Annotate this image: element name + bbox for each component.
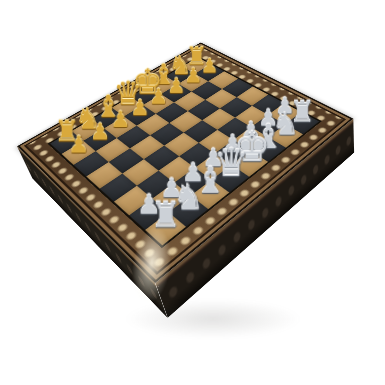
square [237,86,268,105]
square [188,100,220,120]
square [161,84,192,103]
chess-piece-gold-bishop: ♝ [150,60,177,88]
square [202,108,235,129]
square [208,71,238,89]
square [191,81,222,100]
square [92,108,124,129]
square [137,114,170,136]
chess-piece-gold-knight: ♞ [73,104,102,133]
scene-3d: ♜♟♟♜♞♟♟♞♝♟♟♝♚♟♟♚♛♟♟♛♝♟♟♝♞♟♟♞♜♟♟♜ [0,0,385,385]
chess-piece-gold-pawn: ♟ [196,56,222,76]
chess-piece-gold-pawn: ♟ [106,109,135,131]
square [104,116,137,138]
chess-piece-gold-pawn: ♟ [126,97,154,119]
square [195,64,224,81]
square [131,86,161,105]
square [220,97,252,117]
square [143,94,174,114]
square [112,97,143,117]
chess-piece-gold-pawn: ♟ [63,133,94,156]
chess-piece-gold-king: ♚ [132,65,159,99]
chess-piece-gold-queen: ♛ [113,78,141,110]
chess-set-photo: ♜♟♟♜♞♟♟♞♝♟♟♝♚♟♟♚♛♟♟♛♝♟♟♝♞♟♟♞♜♟♟♜ [0,0,385,385]
square [124,105,156,126]
chess-piece-silver-rook: ♜ [147,198,183,233]
square [174,92,205,112]
square [178,74,208,92]
square [222,79,253,98]
chess-piece-gold-pawn: ♟ [163,76,190,97]
chess-piece-gold-pawn: ♟ [145,86,173,107]
chess-piece-gold-pawn: ♟ [180,66,207,86]
chess-case: ♜♟♟♜♞♟♟♞♝♟♟♝♚♟♟♚♛♟♟♛♝♟♟♝♞♟♟♞♜♟♟♜ [17,42,353,283]
square [148,76,178,94]
chess-piece-gold-rook: ♜ [184,44,210,69]
square [169,111,202,132]
chess-piece-gold-knight: ♞ [167,52,193,78]
square [182,57,211,73]
floor-shadow [118,298,308,340]
square [166,67,195,84]
square [205,89,236,108]
square [156,102,188,123]
chess-piece-gold-bishop: ♝ [94,91,122,121]
